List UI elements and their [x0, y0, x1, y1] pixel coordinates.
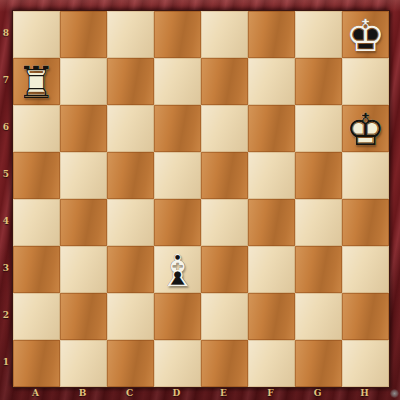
- square-e1[interactable]: [201, 340, 248, 387]
- file-label-c: C: [106, 387, 153, 400]
- square-h6[interactable]: ♚♔: [342, 105, 389, 152]
- square-e3[interactable]: [201, 246, 248, 293]
- rank-label-4: 4: [0, 198, 12, 245]
- square-g2[interactable]: [295, 293, 342, 340]
- white-rook[interactable]: ♜♖: [13, 58, 60, 105]
- square-d4[interactable]: [154, 199, 201, 246]
- square-e7[interactable]: [201, 58, 248, 105]
- square-g5[interactable]: [295, 152, 342, 199]
- black-king-outline: ♔: [342, 11, 389, 58]
- square-f3[interactable]: [248, 246, 295, 293]
- square-d8[interactable]: [154, 11, 201, 58]
- white-king-outline: ♔: [342, 105, 389, 152]
- corner-dot: [390, 389, 399, 398]
- square-a6[interactable]: [13, 105, 60, 152]
- black-bishop-outline: ♗: [154, 246, 201, 293]
- square-a2[interactable]: [13, 293, 60, 340]
- square-b1[interactable]: [60, 340, 107, 387]
- square-g3[interactable]: [295, 246, 342, 293]
- rank-label-6: 6: [0, 104, 12, 151]
- square-c8[interactable]: [107, 11, 154, 58]
- square-c7[interactable]: [107, 58, 154, 105]
- square-e5[interactable]: [201, 152, 248, 199]
- square-b4[interactable]: [60, 199, 107, 246]
- square-g6[interactable]: [295, 105, 342, 152]
- file-label-h: H: [341, 387, 388, 400]
- square-a7[interactable]: ♜♖: [13, 58, 60, 105]
- square-f4[interactable]: [248, 199, 295, 246]
- black-bishop[interactable]: ♝♗: [154, 246, 201, 293]
- square-h1[interactable]: [342, 340, 389, 387]
- rank-label-5: 5: [0, 151, 12, 198]
- file-label-b: B: [59, 387, 106, 400]
- square-a1[interactable]: [13, 340, 60, 387]
- square-a5[interactable]: [13, 152, 60, 199]
- square-d2[interactable]: [154, 293, 201, 340]
- square-e6[interactable]: [201, 105, 248, 152]
- square-c2[interactable]: [107, 293, 154, 340]
- square-a3[interactable]: [13, 246, 60, 293]
- square-d3[interactable]: ♝♗: [154, 246, 201, 293]
- white-rook-outline: ♖: [13, 58, 60, 105]
- square-c6[interactable]: [107, 105, 154, 152]
- square-e2[interactable]: [201, 293, 248, 340]
- square-c3[interactable]: [107, 246, 154, 293]
- square-e8[interactable]: [201, 11, 248, 58]
- file-label-g: G: [294, 387, 341, 400]
- square-g8[interactable]: [295, 11, 342, 58]
- chessboard-frame: ♚♔♜♖♚♔♝♗ 87654321 ABCDEFGH: [0, 0, 400, 400]
- square-c1[interactable]: [107, 340, 154, 387]
- square-f1[interactable]: [248, 340, 295, 387]
- square-g4[interactable]: [295, 199, 342, 246]
- square-a8[interactable]: [13, 11, 60, 58]
- square-b7[interactable]: [60, 58, 107, 105]
- square-b5[interactable]: [60, 152, 107, 199]
- chessboard: ♚♔♜♖♚♔♝♗: [12, 10, 390, 388]
- square-d7[interactable]: [154, 58, 201, 105]
- square-e4[interactable]: [201, 199, 248, 246]
- square-h3[interactable]: [342, 246, 389, 293]
- square-g1[interactable]: [295, 340, 342, 387]
- file-label-e: E: [200, 387, 247, 400]
- square-g7[interactable]: [295, 58, 342, 105]
- rank-label-1: 1: [0, 339, 12, 386]
- rank-label-7: 7: [0, 57, 12, 104]
- square-f2[interactable]: [248, 293, 295, 340]
- white-king[interactable]: ♚♔: [342, 105, 389, 152]
- rank-label-8: 8: [0, 10, 12, 57]
- square-f7[interactable]: [248, 58, 295, 105]
- square-d5[interactable]: [154, 152, 201, 199]
- square-d6[interactable]: [154, 105, 201, 152]
- square-c5[interactable]: [107, 152, 154, 199]
- file-label-d: D: [153, 387, 200, 400]
- square-h5[interactable]: [342, 152, 389, 199]
- square-f8[interactable]: [248, 11, 295, 58]
- rank-label-2: 2: [0, 292, 12, 339]
- square-b3[interactable]: [60, 246, 107, 293]
- square-d1[interactable]: [154, 340, 201, 387]
- square-h8[interactable]: ♚♔: [342, 11, 389, 58]
- file-label-f: F: [247, 387, 294, 400]
- square-h2[interactable]: [342, 293, 389, 340]
- rank-label-3: 3: [0, 245, 12, 292]
- square-b2[interactable]: [60, 293, 107, 340]
- square-c4[interactable]: [107, 199, 154, 246]
- square-a4[interactable]: [13, 199, 60, 246]
- square-b6[interactable]: [60, 105, 107, 152]
- square-b8[interactable]: [60, 11, 107, 58]
- square-h4[interactable]: [342, 199, 389, 246]
- square-h7[interactable]: [342, 58, 389, 105]
- square-f5[interactable]: [248, 152, 295, 199]
- file-label-a: A: [12, 387, 59, 400]
- square-f6[interactable]: [248, 105, 295, 152]
- black-king[interactable]: ♚♔: [342, 11, 389, 58]
